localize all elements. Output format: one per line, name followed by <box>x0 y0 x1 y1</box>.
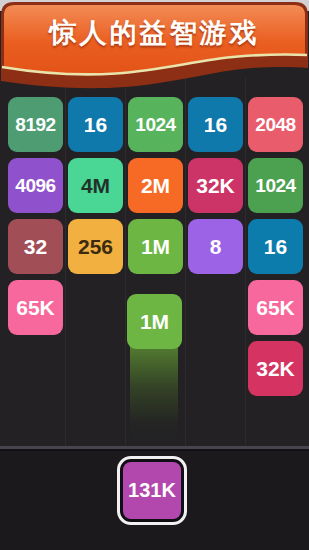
moving-tile: 1M <box>127 294 182 349</box>
tile-32k: 32K <box>188 158 243 213</box>
tile-256: 256 <box>68 219 123 274</box>
tile-16: 16 <box>188 97 243 152</box>
tile-16: 16 <box>248 219 303 274</box>
tile-2m: 2M <box>128 158 183 213</box>
tile-1024: 1024 <box>128 97 183 152</box>
tile-8192: 8192 <box>8 97 63 152</box>
tile-8: 8 <box>188 219 243 274</box>
tile-2048: 2048 <box>248 97 303 152</box>
game-screen: 819216102416204840964M2M32K1024322561M81… <box>0 0 309 550</box>
next-tile-slot[interactable]: 131K <box>117 456 187 525</box>
tile-4m: 4M <box>68 158 123 213</box>
tile-4096: 4096 <box>8 158 63 213</box>
tile-65k: 65K <box>248 280 303 335</box>
next-tile[interactable]: 131K <box>123 462 181 519</box>
tile-32k: 32K <box>248 341 303 396</box>
motion-trail <box>130 340 178 444</box>
tile-16: 16 <box>68 97 123 152</box>
tile-1m: 1M <box>128 219 183 274</box>
tile-32: 32 <box>8 219 63 274</box>
tile-1024: 1024 <box>248 158 303 213</box>
tile-65k: 65K <box>8 280 63 335</box>
